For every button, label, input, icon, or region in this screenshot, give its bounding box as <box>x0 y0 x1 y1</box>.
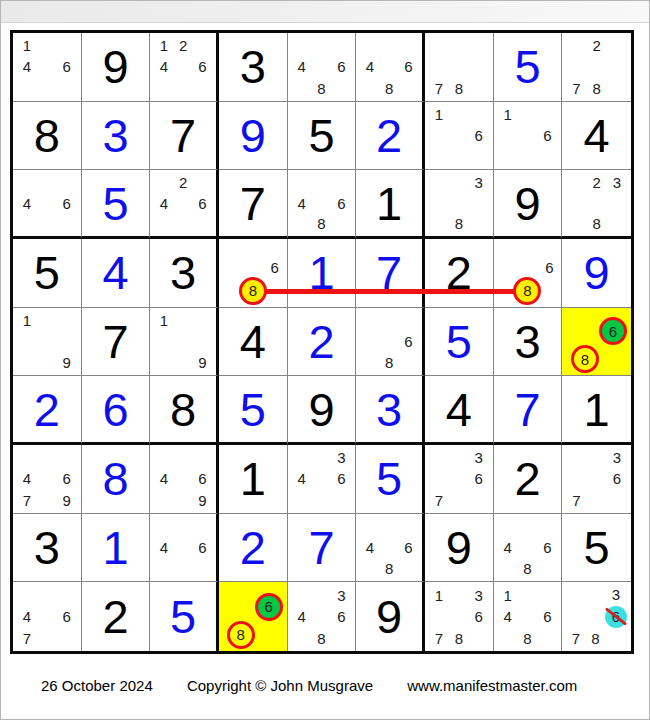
candidate-6: 6 <box>613 471 621 486</box>
cell-r1c2[interactable]: 9 <box>82 33 151 102</box>
pencil-marks: 278 <box>566 35 627 99</box>
solved-digit: 2 <box>34 386 60 433</box>
pencil-marks: 238 <box>566 172 627 234</box>
candidate-2: 2 <box>592 175 600 190</box>
candidate-6: 6 <box>337 471 345 486</box>
cell-r3c1[interactable]: 46 <box>13 170 82 239</box>
pencil-marks: 3678 <box>566 584 627 649</box>
candidate-6: 6 <box>337 609 345 624</box>
solved-digit: 8 <box>102 455 128 502</box>
candidate-8: 8 <box>455 631 463 646</box>
pencil-marks: 1246 <box>154 35 212 99</box>
given-digit: 1 <box>376 180 402 227</box>
candidate-6: 6 <box>404 59 412 74</box>
pencil-marks: 467 <box>17 584 77 649</box>
given-digit: 4 <box>446 386 472 433</box>
cell-r4c1[interactable]: 5 <box>13 239 82 308</box>
cell-r2c3[interactable]: 7 <box>150 102 219 171</box>
cell-r7c3[interactable]: 469 <box>150 445 219 514</box>
given-digit: 9 <box>308 386 334 433</box>
given-digit: 1 <box>584 386 610 433</box>
window-top-bar <box>1 1 649 23</box>
candidate-8: 8 <box>385 561 393 576</box>
candidate-6: 6 <box>605 606 627 628</box>
candidate-4: 4 <box>297 196 305 211</box>
cell-r1c1[interactable]: 146 <box>13 33 82 102</box>
solved-digit: 2 <box>308 318 334 365</box>
candidate-3: 3 <box>475 175 483 190</box>
cell-r8c3[interactable]: 46 <box>150 514 219 583</box>
pencil-marks: 468 <box>292 35 352 99</box>
cell-r1c7[interactable]: 78 <box>425 33 494 102</box>
cell-r8c9[interactable]: 5 <box>562 514 631 583</box>
candidate-6: 6 <box>337 196 345 211</box>
candidate-6: 6 <box>63 471 71 486</box>
pencil-marks: 468 <box>498 516 558 580</box>
candidate-6: 6 <box>475 609 483 624</box>
candidate-6: 6 <box>545 260 553 275</box>
cell-r3c5[interactable]: 468 <box>288 170 357 239</box>
candidate-6: 6 <box>404 334 412 349</box>
candidate-6: 6 <box>337 59 345 74</box>
cell-r8c4[interactable]: 2 <box>219 514 288 583</box>
candidate-9: 9 <box>198 355 206 370</box>
candidate-8: 8 <box>385 355 393 370</box>
pencil-marks: 19 <box>17 310 77 374</box>
candidate-8: 8 <box>317 631 325 646</box>
pencil-marks: 367 <box>429 447 489 511</box>
cell-r8c7[interactable]: 9 <box>425 514 494 583</box>
candidate-8: 8 <box>513 277 541 305</box>
candidate-1: 1 <box>503 107 511 122</box>
candidate-1: 1 <box>160 38 168 53</box>
cell-r5c7[interactable]: 5 <box>425 308 494 377</box>
pencil-marks: 13678 <box>429 584 489 649</box>
candidate-4: 4 <box>23 609 31 624</box>
candidate-6: 6 <box>475 128 483 143</box>
candidate-4: 4 <box>503 540 511 555</box>
cell-r4c8[interactable]: 68 <box>494 239 563 308</box>
pencil-marks: 246 <box>154 172 212 234</box>
given-digit: 8 <box>34 112 60 159</box>
cell-r9c8[interactable]: 1468 <box>494 582 563 651</box>
candidate-2: 2 <box>179 38 187 53</box>
cell-r8c5[interactable]: 7 <box>288 514 357 583</box>
cell-r1c3[interactable]: 1246 <box>150 33 219 102</box>
candidate-4: 4 <box>23 471 31 486</box>
given-digit: 4 <box>584 112 610 159</box>
cell-r5c4[interactable]: 4 <box>219 308 288 377</box>
footer-site-url: www.manifestmaster.com <box>407 677 577 694</box>
candidate-9: 9 <box>63 493 71 508</box>
cell-r5c3[interactable]: 19 <box>150 308 219 377</box>
candidate-4: 4 <box>23 196 31 211</box>
solved-digit: 5 <box>102 180 128 227</box>
cell-r5c8[interactable]: 3 <box>494 308 563 377</box>
candidate-3: 3 <box>475 450 483 465</box>
cell-r3c7[interactable]: 38 <box>425 170 494 239</box>
candidate-4: 4 <box>366 59 374 74</box>
cell-r2c1[interactable]: 8 <box>13 102 82 171</box>
candidate-4: 4 <box>297 609 305 624</box>
cell-r6c7[interactable]: 4 <box>425 376 494 445</box>
cell-r7c9[interactable]: 367 <box>562 445 631 514</box>
pencil-marks: 468 <box>360 516 418 580</box>
cell-r9c9[interactable]: 3678 <box>562 582 631 651</box>
sudoku-board: 1469124634684687852788379521616446524674… <box>10 30 634 654</box>
candidate-4: 4 <box>160 540 168 555</box>
candidate-8: 8 <box>592 216 600 231</box>
cell-r2c5[interactable]: 5 <box>288 102 357 171</box>
candidate-3: 3 <box>475 588 483 603</box>
candidate-8: 8 <box>523 631 531 646</box>
candidate-6: 6 <box>63 59 71 74</box>
candidate-6: 6 <box>198 59 206 74</box>
given-digit: 2 <box>514 455 540 502</box>
cell-r9c1[interactable]: 467 <box>13 582 82 651</box>
solved-digit: 4 <box>102 249 128 296</box>
candidate-8: 8 <box>385 81 393 96</box>
candidate-4: 4 <box>160 196 168 211</box>
page: 1469124634684687852788379521616446524674… <box>0 0 650 720</box>
cell-r3c4[interactable]: 7 <box>219 170 288 239</box>
candidate-7: 7 <box>23 631 31 646</box>
cell-r5c9[interactable]: 68 <box>562 308 631 377</box>
candidate-7: 7 <box>435 493 443 508</box>
candidate-3: 3 <box>337 588 345 603</box>
cell-r9c6[interactable]: 9 <box>356 582 425 651</box>
candidate-8: 8 <box>571 345 599 373</box>
given-digit: 7 <box>102 318 128 365</box>
candidate-8: 8 <box>239 277 267 305</box>
cell-r6c6[interactable]: 3 <box>356 376 425 445</box>
given-digit: 5 <box>584 524 610 571</box>
candidate-8: 8 <box>317 81 325 96</box>
pencil-marks: 16 <box>429 104 489 168</box>
cell-r3c2[interactable]: 5 <box>82 170 151 239</box>
candidate-6: 6 <box>475 471 483 486</box>
cell-r7c7[interactable]: 367 <box>425 445 494 514</box>
given-digit: 2 <box>102 593 128 640</box>
cell-r7c8[interactable]: 2 <box>494 445 563 514</box>
cell-r4c4[interactable]: 68 <box>219 239 288 308</box>
cell-r7c6[interactable]: 5 <box>356 445 425 514</box>
cell-r7c4[interactable]: 1 <box>219 445 288 514</box>
given-digit: 3 <box>170 249 196 296</box>
candidate-6: 6 <box>599 317 627 345</box>
cell-r8c6[interactable]: 468 <box>356 514 425 583</box>
candidate-8: 8 <box>592 81 600 96</box>
candidate-1: 1 <box>23 313 31 328</box>
cell-r4c7[interactable]: 2 <box>425 239 494 308</box>
given-digit: 3 <box>34 524 60 571</box>
cell-r1c9[interactable]: 278 <box>562 33 631 102</box>
given-digit: 9 <box>376 593 402 640</box>
cell-r1c5[interactable]: 468 <box>288 33 357 102</box>
candidate-4: 4 <box>23 59 31 74</box>
cell-r9c2[interactable]: 2 <box>82 582 151 651</box>
candidate-3: 3 <box>612 587 620 602</box>
cell-r6c5[interactable]: 9 <box>288 376 357 445</box>
pencil-marks: 46 <box>17 172 77 234</box>
given-digit: 1 <box>240 455 266 502</box>
pencil-marks: 68 <box>223 584 283 649</box>
solved-digit: 3 <box>102 112 128 159</box>
cell-r4c3[interactable]: 3 <box>150 239 219 308</box>
cell-r6c2[interactable]: 6 <box>82 376 151 445</box>
candidate-8: 8 <box>455 81 463 96</box>
given-digit: 3 <box>240 43 266 90</box>
candidate-7: 7 <box>23 493 31 508</box>
cell-r5c1[interactable]: 19 <box>13 308 82 377</box>
cell-r2c9[interactable]: 4 <box>562 102 631 171</box>
given-digit: 9 <box>446 524 472 571</box>
cell-r1c8[interactable]: 5 <box>494 33 563 102</box>
solved-digit: 2 <box>376 112 402 159</box>
candidate-6: 6 <box>63 609 71 624</box>
candidate-1: 1 <box>160 313 168 328</box>
cell-r5c6[interactable]: 68 <box>356 308 425 377</box>
candidate-6: 6 <box>198 196 206 211</box>
given-digit: 5 <box>34 249 60 296</box>
candidate-8: 8 <box>591 631 599 646</box>
candidate-6: 6 <box>198 540 206 555</box>
candidate-3: 3 <box>337 450 345 465</box>
cell-r7c1[interactable]: 4679 <box>13 445 82 514</box>
candidate-4: 4 <box>503 609 511 624</box>
candidate-6: 6 <box>543 540 551 555</box>
solved-digit: 2 <box>240 524 266 571</box>
cell-r6c1[interactable]: 2 <box>13 376 82 445</box>
cell-r9c7[interactable]: 13678 <box>425 582 494 651</box>
pencil-marks: 146 <box>17 35 77 99</box>
solved-digit: 5 <box>446 318 472 365</box>
pencil-marks: 16 <box>498 104 558 168</box>
cell-r3c3[interactable]: 246 <box>150 170 219 239</box>
pencil-marks: 68 <box>360 310 418 374</box>
candidate-8: 8 <box>455 216 463 231</box>
pencil-marks: 469 <box>154 447 212 511</box>
candidate-2: 2 <box>592 38 600 53</box>
solved-digit: 5 <box>240 386 266 433</box>
cell-r8c2[interactable]: 1 <box>82 514 151 583</box>
cell-r2c4[interactable]: 9 <box>219 102 288 171</box>
candidate-2: 2 <box>179 175 187 190</box>
candidate-6: 6 <box>404 540 412 555</box>
pencil-marks: 4679 <box>17 447 77 511</box>
candidate-1: 1 <box>23 38 31 53</box>
pencil-marks: 3468 <box>292 584 352 649</box>
solved-digit: 7 <box>308 524 334 571</box>
solved-digit: 3 <box>376 386 402 433</box>
cell-r6c9[interactable]: 1 <box>562 376 631 445</box>
cell-r9c3[interactable]: 5 <box>150 582 219 651</box>
cell-r2c8[interactable]: 16 <box>494 102 563 171</box>
given-digit: 7 <box>240 180 266 227</box>
candidate-7: 7 <box>572 493 580 508</box>
candidate-8: 8 <box>227 621 255 649</box>
candidate-4: 4 <box>297 471 305 486</box>
cell-r2c7[interactable]: 16 <box>425 102 494 171</box>
solved-digit: 5 <box>376 455 402 502</box>
candidate-4: 4 <box>160 59 168 74</box>
pencil-marks: 38 <box>429 172 489 234</box>
pencil-marks: 468 <box>292 172 352 234</box>
solved-digit: 5 <box>514 43 540 90</box>
cell-r6c8[interactable]: 7 <box>494 376 563 445</box>
cell-r5c5[interactable]: 2 <box>288 308 357 377</box>
given-digit: 5 <box>308 112 334 159</box>
given-digit: 4 <box>240 318 266 365</box>
footer-copyright: Copyright © John Musgrave <box>187 677 373 694</box>
pencil-marks: 68 <box>566 310 627 374</box>
cell-r1c4[interactable]: 3 <box>219 33 288 102</box>
given-digit: 9 <box>514 180 540 227</box>
candidate-7: 7 <box>572 631 580 646</box>
cell-r9c4[interactable]: 68 <box>219 582 288 651</box>
cell-r2c6[interactable]: 2 <box>356 102 425 171</box>
given-digit: 8 <box>170 386 196 433</box>
given-digit: 9 <box>102 43 128 90</box>
candidate-6: 6 <box>198 471 206 486</box>
cell-r6c4[interactable]: 5 <box>219 376 288 445</box>
candidate-6: 6 <box>255 593 283 621</box>
candidate-7: 7 <box>435 81 443 96</box>
candidate-8: 8 <box>523 561 531 576</box>
pencil-marks: 78 <box>429 35 489 99</box>
candidate-7: 7 <box>435 631 443 646</box>
candidate-6: 6 <box>543 128 551 143</box>
candidate-1: 1 <box>503 588 511 603</box>
candidate-4: 4 <box>366 540 374 555</box>
candidate-1: 1 <box>435 588 443 603</box>
candidate-6: 6 <box>63 196 71 211</box>
pencil-marks: 346 <box>292 447 352 511</box>
pencil-marks: 46 <box>154 516 212 580</box>
pencil-marks: 367 <box>566 447 627 511</box>
cell-r4c6[interactable]: 7 <box>356 239 425 308</box>
cell-r3c6[interactable]: 1 <box>356 170 425 239</box>
candidate-3: 3 <box>613 175 621 190</box>
candidate-6: 6 <box>271 260 279 275</box>
cell-r4c5[interactable]: 1 <box>288 239 357 308</box>
cell-r5c2[interactable]: 7 <box>82 308 151 377</box>
solved-digit: 1 <box>102 524 128 571</box>
cell-r7c2[interactable]: 8 <box>82 445 151 514</box>
cell-r8c8[interactable]: 468 <box>494 514 563 583</box>
pencil-marks: 468 <box>360 35 418 99</box>
cell-r3c9[interactable]: 238 <box>562 170 631 239</box>
pencil-marks: 68 <box>498 241 558 305</box>
given-digit: 3 <box>514 318 540 365</box>
solved-digit: 6 <box>102 386 128 433</box>
candidate-6: 6 <box>543 609 551 624</box>
candidate-4: 4 <box>297 59 305 74</box>
cell-r2c2[interactable]: 3 <box>82 102 151 171</box>
candidate-9: 9 <box>63 355 71 370</box>
candidate-7: 7 <box>572 81 580 96</box>
cell-r7c5[interactable]: 346 <box>288 445 357 514</box>
cell-r4c9[interactable]: 9 <box>562 239 631 308</box>
cell-r6c3[interactable]: 8 <box>150 376 219 445</box>
strong-link-line <box>254 289 529 294</box>
cell-r8c1[interactable]: 3 <box>13 514 82 583</box>
pencil-marks: 68 <box>223 241 283 305</box>
footer: 26 October 2024 Copyright © John Musgrav… <box>41 677 577 694</box>
given-digit: 7 <box>170 112 196 159</box>
cell-r3c8[interactable]: 9 <box>494 170 563 239</box>
cell-r1c6[interactable]: 468 <box>356 33 425 102</box>
candidate-4: 4 <box>160 471 168 486</box>
cell-r4c2[interactable]: 4 <box>82 239 151 308</box>
candidate-8: 8 <box>317 216 325 231</box>
pencil-marks: 19 <box>154 310 212 374</box>
solved-digit: 7 <box>514 386 540 433</box>
cell-r9c5[interactable]: 3468 <box>288 582 357 651</box>
pencil-marks: 1468 <box>498 584 558 649</box>
solved-digit: 9 <box>584 249 610 296</box>
solved-digit: 5 <box>170 593 196 640</box>
candidate-9: 9 <box>198 493 206 508</box>
candidate-1: 1 <box>435 107 443 122</box>
footer-date: 26 October 2024 <box>41 677 153 694</box>
solved-digit: 9 <box>240 112 266 159</box>
candidate-3: 3 <box>613 450 621 465</box>
